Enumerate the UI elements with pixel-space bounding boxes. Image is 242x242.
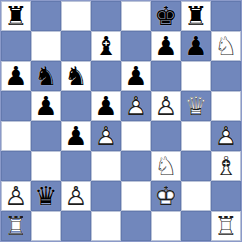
square-g6[interactable] — [181, 61, 211, 91]
white-knight-outline-glyph: ♘ — [211, 31, 241, 61]
white-pawn-outline-glyph: ♙ — [151, 91, 181, 121]
square-d3[interactable] — [91, 151, 121, 181]
square-d4[interactable]: ♟♙ — [91, 121, 121, 151]
square-f5[interactable]: ♟♙ — [151, 91, 181, 121]
square-g2[interactable] — [181, 181, 211, 211]
piece-black-knight[interactable]: ♞ — [61, 61, 91, 91]
piece-white-rook[interactable]: ♜♖ — [1, 211, 31, 241]
black-queen-fill-glyph: ♛ — [31, 181, 61, 211]
square-e7[interactable] — [121, 31, 151, 61]
white-knight-fill-glyph: ♞ — [211, 31, 241, 61]
piece-white-queen[interactable]: ♛♕ — [181, 91, 211, 121]
black-rook-fill-glyph: ♜ — [181, 1, 211, 31]
piece-black-bishop[interactable]: ♝ — [91, 31, 121, 61]
white-pawn-fill-glyph: ♟ — [91, 121, 121, 151]
piece-black-pawn[interactable]: ♟ — [151, 31, 181, 61]
piece-black-pawn[interactable]: ♟ — [91, 91, 121, 121]
piece-white-bishop[interactable]: ♝♗ — [211, 151, 241, 181]
square-b2[interactable]: ♛ — [31, 181, 61, 211]
square-c7[interactable] — [61, 31, 91, 61]
square-g8[interactable]: ♜ — [181, 1, 211, 31]
black-king-fill-glyph: ♚ — [151, 1, 181, 31]
square-g1[interactable] — [181, 211, 211, 241]
white-rook-fill-glyph: ♜ — [1, 211, 31, 241]
white-pawn-outline-glyph: ♙ — [1, 181, 31, 211]
square-a8[interactable]: ♜ — [1, 1, 31, 31]
piece-white-pawn[interactable]: ♟♙ — [211, 121, 241, 151]
piece-white-pawn[interactable]: ♟♙ — [151, 91, 181, 121]
piece-white-pawn[interactable]: ♟♙ — [121, 91, 151, 121]
square-c3[interactable] — [61, 151, 91, 181]
white-king-outline-glyph: ♔ — [151, 181, 181, 211]
square-e5[interactable]: ♟♙ — [121, 91, 151, 121]
white-pawn-fill-glyph: ♟ — [151, 91, 181, 121]
square-a4[interactable] — [1, 121, 31, 151]
square-h6[interactable] — [211, 61, 241, 91]
square-a1[interactable]: ♜♖ — [1, 211, 31, 241]
piece-black-pawn[interactable]: ♟ — [181, 31, 211, 61]
square-e8[interactable] — [121, 1, 151, 31]
white-queen-outline-glyph: ♕ — [181, 91, 211, 121]
white-pawn-fill-glyph: ♟ — [61, 181, 91, 211]
piece-white-knight[interactable]: ♞♘ — [151, 151, 181, 181]
piece-black-pawn[interactable]: ♟ — [61, 121, 91, 151]
square-f3[interactable]: ♞♘ — [151, 151, 181, 181]
square-e4[interactable] — [121, 121, 151, 151]
black-pawn-fill-glyph: ♟ — [91, 91, 121, 121]
white-rook-outline-glyph: ♖ — [211, 211, 241, 241]
white-pawn-fill-glyph: ♟ — [1, 181, 31, 211]
square-e6[interactable]: ♟ — [121, 61, 151, 91]
black-pawn-fill-glyph: ♟ — [61, 121, 91, 151]
square-b3[interactable] — [31, 151, 61, 181]
white-rook-fill-glyph: ♜ — [211, 211, 241, 241]
square-d5[interactable]: ♟ — [91, 91, 121, 121]
white-bishop-outline-glyph: ♗ — [211, 151, 241, 181]
piece-white-knight[interactable]: ♞♘ — [211, 31, 241, 61]
square-f4[interactable] — [151, 121, 181, 151]
square-h8[interactable] — [211, 1, 241, 31]
piece-white-pawn[interactable]: ♟♙ — [61, 181, 91, 211]
square-f1[interactable] — [151, 211, 181, 241]
black-knight-fill-glyph: ♞ — [61, 61, 91, 91]
white-knight-fill-glyph: ♞ — [151, 151, 181, 181]
square-h4[interactable]: ♟♙ — [211, 121, 241, 151]
piece-black-knight[interactable]: ♞ — [31, 61, 61, 91]
white-king-fill-glyph: ♚ — [151, 181, 181, 211]
square-g4[interactable] — [181, 121, 211, 151]
square-g5[interactable]: ♛♕ — [181, 91, 211, 121]
square-b6[interactable]: ♞ — [31, 61, 61, 91]
black-rook-fill-glyph: ♜ — [1, 1, 31, 31]
square-h1[interactable]: ♜♖ — [211, 211, 241, 241]
black-pawn-fill-glyph: ♟ — [31, 91, 61, 121]
white-pawn-outline-glyph: ♙ — [61, 181, 91, 211]
square-h7[interactable]: ♞♘ — [211, 31, 241, 61]
square-c2[interactable]: ♟♙ — [61, 181, 91, 211]
white-pawn-outline-glyph: ♙ — [121, 91, 151, 121]
square-f7[interactable]: ♟ — [151, 31, 181, 61]
square-d6[interactable] — [91, 61, 121, 91]
piece-white-pawn[interactable]: ♟♙ — [1, 181, 31, 211]
white-pawn-fill-glyph: ♟ — [121, 91, 151, 121]
white-rook-outline-glyph: ♖ — [1, 211, 31, 241]
piece-black-pawn[interactable]: ♟ — [31, 91, 61, 121]
black-knight-fill-glyph: ♞ — [31, 61, 61, 91]
square-f2[interactable]: ♚♔ — [151, 181, 181, 211]
square-f6[interactable] — [151, 61, 181, 91]
square-a2[interactable]: ♟♙ — [1, 181, 31, 211]
square-b7[interactable] — [31, 31, 61, 61]
square-d1[interactable] — [91, 211, 121, 241]
white-knight-outline-glyph: ♘ — [151, 151, 181, 181]
square-h5[interactable] — [211, 91, 241, 121]
square-b1[interactable] — [31, 211, 61, 241]
square-c1[interactable] — [61, 211, 91, 241]
square-f8[interactable]: ♚ — [151, 1, 181, 31]
piece-black-rook[interactable]: ♜ — [181, 1, 211, 31]
white-queen-fill-glyph: ♛ — [181, 91, 211, 121]
square-c5[interactable] — [61, 91, 91, 121]
square-c8[interactable] — [61, 1, 91, 31]
square-d8[interactable] — [91, 1, 121, 31]
square-c4[interactable]: ♟ — [61, 121, 91, 151]
square-g3[interactable] — [181, 151, 211, 181]
white-pawn-fill-glyph: ♟ — [211, 121, 241, 151]
square-h3[interactable]: ♝♗ — [211, 151, 241, 181]
piece-white-king[interactable]: ♚♔ — [151, 181, 181, 211]
square-e3[interactable] — [121, 151, 151, 181]
black-pawn-fill-glyph: ♟ — [1, 61, 31, 91]
square-d2[interactable] — [91, 181, 121, 211]
square-a3[interactable] — [1, 151, 31, 181]
piece-black-king[interactable]: ♚ — [151, 1, 181, 31]
white-bishop-fill-glyph: ♝ — [211, 151, 241, 181]
square-b5[interactable]: ♟ — [31, 91, 61, 121]
square-e1[interactable] — [121, 211, 151, 241]
square-b8[interactable] — [31, 1, 61, 31]
piece-white-rook[interactable]: ♜♖ — [211, 211, 241, 241]
black-pawn-fill-glyph: ♟ — [121, 61, 151, 91]
square-a5[interactable] — [1, 91, 31, 121]
piece-black-queen[interactable]: ♛ — [31, 181, 61, 211]
piece-black-rook[interactable]: ♜ — [1, 1, 31, 31]
square-h2[interactable] — [211, 181, 241, 211]
square-c6[interactable]: ♞ — [61, 61, 91, 91]
piece-black-pawn[interactable]: ♟ — [121, 61, 151, 91]
piece-white-pawn[interactable]: ♟♙ — [91, 121, 121, 151]
square-e2[interactable] — [121, 181, 151, 211]
black-pawn-fill-glyph: ♟ — [151, 31, 181, 61]
chess-board: ♜♚♜♝♟♟♞♘♟♞♞♟♟♟♟♙♟♙♛♕♟♟♙♟♙♞♘♝♗♟♙♛♟♙♚♔♜♖♜♖ — [0, 0, 242, 242]
square-b4[interactable] — [31, 121, 61, 151]
square-a7[interactable] — [1, 31, 31, 61]
square-g7[interactable]: ♟ — [181, 31, 211, 61]
piece-black-pawn[interactable]: ♟ — [1, 61, 31, 91]
white-pawn-outline-glyph: ♙ — [91, 121, 121, 151]
square-d7[interactable]: ♝ — [91, 31, 121, 61]
black-bishop-fill-glyph: ♝ — [91, 31, 121, 61]
white-pawn-outline-glyph: ♙ — [211, 121, 241, 151]
black-pawn-fill-glyph: ♟ — [181, 31, 211, 61]
square-a6[interactable]: ♟ — [1, 61, 31, 91]
